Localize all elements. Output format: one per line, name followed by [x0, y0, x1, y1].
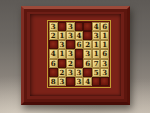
empty-square[interactable] — [75, 22, 84, 31]
empty-square[interactable] — [49, 68, 58, 77]
empty-square[interactable] — [58, 22, 67, 31]
empty-square[interactable] — [75, 59, 84, 68]
empty-square[interactable] — [83, 68, 92, 77]
number-tile[interactable]: 1 — [58, 31, 67, 40]
number-tile[interactable]: 3 — [66, 31, 75, 40]
number-tile[interactable]: 4 — [75, 31, 84, 40]
number-tile[interactable]: 6 — [49, 59, 58, 68]
number-tile[interactable]: 3 — [100, 59, 109, 68]
number-tile[interactable]: 3 — [100, 68, 109, 77]
empty-square[interactable] — [83, 22, 92, 31]
number-tile[interactable]: 3 — [92, 31, 101, 40]
number-tile[interactable]: 6 — [83, 59, 92, 68]
board-gold-border: 33462134313621141331662673233538334 — [47, 20, 111, 88]
number-tile[interactable]: 1 — [58, 49, 67, 58]
number-tile[interactable]: 3 — [58, 40, 67, 49]
number-tile[interactable]: 6 — [75, 40, 84, 49]
photo-backdrop: 33462134313621141331662673233538334 — [0, 0, 150, 113]
empty-square[interactable] — [49, 40, 58, 49]
empty-square[interactable] — [92, 77, 101, 86]
number-tile[interactable]: 6 — [100, 49, 109, 58]
number-tile[interactable]: 6 — [100, 22, 109, 31]
number-tile[interactable]: 5 — [92, 68, 101, 77]
number-tile[interactable]: 3 — [83, 49, 92, 58]
number-tile[interactable]: 8 — [49, 77, 58, 86]
puzzle-board: 33462134313621141331662673233538334 — [49, 22, 109, 86]
number-tile[interactable]: 1 — [100, 40, 109, 49]
empty-square[interactable] — [58, 59, 67, 68]
number-tile[interactable]: 1 — [92, 40, 101, 49]
number-tile[interactable]: 2 — [49, 31, 58, 40]
number-tile[interactable]: 3 — [58, 77, 67, 86]
number-tile[interactable]: 7 — [92, 59, 101, 68]
number-tile[interactable]: 3 — [66, 22, 75, 31]
number-tile[interactable]: 3 — [75, 68, 84, 77]
number-tile[interactable]: 4 — [49, 49, 58, 58]
number-tile[interactable]: 3 — [49, 22, 58, 31]
number-tile[interactable]: 3 — [66, 68, 75, 77]
empty-square[interactable] — [66, 77, 75, 86]
empty-square[interactable] — [100, 77, 109, 86]
number-tile[interactable]: 2 — [66, 59, 75, 68]
empty-square[interactable] — [66, 40, 75, 49]
number-tile[interactable]: 3 — [66, 49, 75, 58]
number-tile[interactable]: 4 — [83, 77, 92, 86]
number-tile[interactable]: 4 — [92, 22, 101, 31]
number-tile[interactable]: 2 — [58, 68, 67, 77]
number-tile[interactable]: 1 — [92, 49, 101, 58]
empty-square[interactable] — [75, 49, 84, 58]
number-tile[interactable]: 2 — [83, 40, 92, 49]
number-tile[interactable]: 3 — [75, 77, 84, 86]
number-tile[interactable]: 1 — [100, 31, 109, 40]
empty-square[interactable] — [83, 31, 92, 40]
